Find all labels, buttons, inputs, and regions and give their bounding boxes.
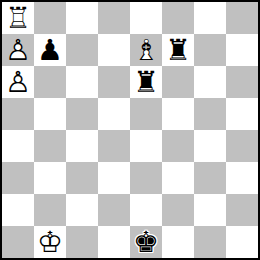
square-h7[interactable] — [226, 34, 258, 66]
square-a7[interactable]: ♟♙ — [2, 34, 34, 66]
black-king-icon: ♚ — [130, 226, 162, 258]
square-a2[interactable] — [2, 194, 34, 226]
square-a1[interactable] — [2, 226, 34, 258]
square-g5[interactable] — [194, 98, 226, 130]
square-e7[interactable]: ♝♗ — [130, 34, 162, 66]
square-g1[interactable] — [194, 226, 226, 258]
white-bishop-fill: ♝ — [130, 34, 162, 66]
square-f2[interactable] — [162, 194, 194, 226]
square-d6[interactable] — [98, 66, 130, 98]
square-c4[interactable] — [66, 130, 98, 162]
square-d2[interactable] — [98, 194, 130, 226]
square-g4[interactable] — [194, 130, 226, 162]
square-a6[interactable]: ♟♙ — [2, 66, 34, 98]
square-b1[interactable]: ♚♔ — [34, 226, 66, 258]
square-g2[interactable] — [194, 194, 226, 226]
square-f4[interactable] — [162, 130, 194, 162]
black-rook-icon: ♜ — [162, 34, 194, 66]
square-e2[interactable] — [130, 194, 162, 226]
square-d5[interactable] — [98, 98, 130, 130]
square-d3[interactable] — [98, 162, 130, 194]
square-d8[interactable] — [98, 2, 130, 34]
white-pawn-fill: ♟ — [2, 66, 34, 98]
square-h8[interactable] — [226, 2, 258, 34]
square-b3[interactable] — [34, 162, 66, 194]
square-g8[interactable] — [194, 2, 226, 34]
square-h1[interactable] — [226, 226, 258, 258]
square-e5[interactable] — [130, 98, 162, 130]
square-c2[interactable] — [66, 194, 98, 226]
square-c8[interactable] — [66, 2, 98, 34]
square-a8[interactable]: ♜♖ — [2, 2, 34, 34]
square-h6[interactable] — [226, 66, 258, 98]
square-g3[interactable] — [194, 162, 226, 194]
black-rook-icon: ♜ — [130, 66, 162, 98]
square-a4[interactable] — [2, 130, 34, 162]
square-e8[interactable] — [130, 2, 162, 34]
white-pawn-icon: ♙ — [2, 66, 34, 98]
square-c1[interactable] — [66, 226, 98, 258]
square-b2[interactable] — [34, 194, 66, 226]
square-f7[interactable]: ♜ — [162, 34, 194, 66]
square-b6[interactable] — [34, 66, 66, 98]
square-d7[interactable] — [98, 34, 130, 66]
chess-board: ♜♖♟♙♟♝♗♜♟♙♜♚♔♚ — [2, 2, 258, 258]
white-rook-icon: ♖ — [2, 2, 34, 34]
white-bishop-icon: ♗ — [130, 34, 162, 66]
square-d1[interactable] — [98, 226, 130, 258]
square-f3[interactable] — [162, 162, 194, 194]
square-h2[interactable] — [226, 194, 258, 226]
white-rook-fill: ♜ — [2, 2, 34, 34]
square-b5[interactable] — [34, 98, 66, 130]
square-e6[interactable]: ♜ — [130, 66, 162, 98]
square-b7[interactable]: ♟ — [34, 34, 66, 66]
square-f1[interactable] — [162, 226, 194, 258]
white-pawn-fill: ♟ — [2, 34, 34, 66]
black-pawn-icon: ♟ — [34, 34, 66, 66]
square-f8[interactable] — [162, 2, 194, 34]
white-king-fill: ♚ — [34, 226, 66, 258]
square-h3[interactable] — [226, 162, 258, 194]
white-pawn-icon: ♙ — [2, 34, 34, 66]
square-e1[interactable]: ♚ — [130, 226, 162, 258]
square-h5[interactable] — [226, 98, 258, 130]
square-d4[interactable] — [98, 130, 130, 162]
square-c6[interactable] — [66, 66, 98, 98]
square-c3[interactable] — [66, 162, 98, 194]
square-f5[interactable] — [162, 98, 194, 130]
square-f6[interactable] — [162, 66, 194, 98]
square-g7[interactable] — [194, 34, 226, 66]
white-king-icon: ♔ — [34, 226, 66, 258]
square-a3[interactable] — [2, 162, 34, 194]
square-c7[interactable] — [66, 34, 98, 66]
square-g6[interactable] — [194, 66, 226, 98]
board-frame: ♜♖♟♙♟♝♗♜♟♙♜♚♔♚ — [0, 0, 260, 260]
square-c5[interactable] — [66, 98, 98, 130]
square-h4[interactable] — [226, 130, 258, 162]
square-b4[interactable] — [34, 130, 66, 162]
square-a5[interactable] — [2, 98, 34, 130]
square-e4[interactable] — [130, 130, 162, 162]
square-e3[interactable] — [130, 162, 162, 194]
square-b8[interactable] — [34, 2, 66, 34]
